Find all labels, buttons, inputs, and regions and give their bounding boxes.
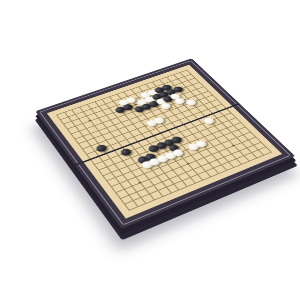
white-stone xyxy=(159,102,172,110)
star-point xyxy=(138,181,141,183)
star-point xyxy=(89,120,92,122)
board-grid xyxy=(56,70,272,211)
board-surface xyxy=(47,65,282,219)
white-stone xyxy=(202,117,215,125)
black-stone xyxy=(119,148,133,157)
star-point xyxy=(134,104,137,106)
scene xyxy=(0,0,300,300)
star-point xyxy=(186,163,189,165)
product-photo-background: Folding magnetic 19x19 go board with bla… xyxy=(0,0,300,300)
go-board xyxy=(35,58,295,228)
star-point xyxy=(232,145,235,147)
white-stone xyxy=(173,97,186,105)
white-stone xyxy=(185,99,198,107)
